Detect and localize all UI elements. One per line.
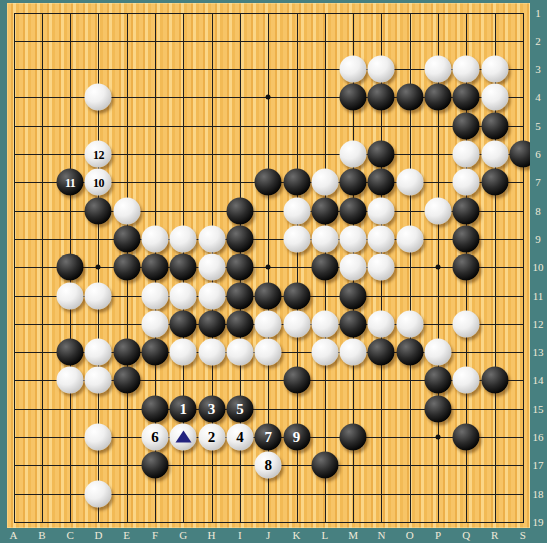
row-label: 17 <box>533 460 544 471</box>
black-stone[interactable] <box>226 254 253 281</box>
black-stone[interactable] <box>340 169 367 196</box>
white-stone[interactable] <box>368 225 395 252</box>
row-label: 19 <box>533 516 544 527</box>
column-label: S <box>520 530 526 541</box>
row-label: 11 <box>533 290 544 301</box>
row-label: 8 <box>535 205 541 216</box>
white-stone[interactable] <box>226 339 253 366</box>
white-stone[interactable] <box>481 141 508 168</box>
goban[interactable]: 121110135624798 <box>7 3 530 528</box>
white-stone[interactable] <box>198 254 225 281</box>
white-stone[interactable] <box>142 310 169 337</box>
move-number-label: 2 <box>208 430 216 445</box>
white-stone[interactable] <box>255 310 282 337</box>
white-stone[interactable] <box>368 310 395 337</box>
black-stone[interactable] <box>142 452 169 479</box>
white-stone[interactable] <box>85 424 112 451</box>
white-stone[interactable] <box>368 56 395 83</box>
black-stone[interactable]: 3 <box>198 395 225 422</box>
black-stone[interactable] <box>453 112 480 139</box>
black-stone[interactable] <box>113 254 140 281</box>
black-stone[interactable] <box>340 197 367 224</box>
row-label: 15 <box>533 403 544 414</box>
row-label: 12 <box>533 318 544 329</box>
row-label: 9 <box>535 233 541 244</box>
white-stone[interactable] <box>453 310 480 337</box>
white-stone[interactable] <box>340 225 367 252</box>
black-stone[interactable]: 7 <box>255 424 282 451</box>
white-stone[interactable] <box>142 225 169 252</box>
row-label: 13 <box>533 347 544 358</box>
black-stone[interactable] <box>142 254 169 281</box>
star-point <box>266 95 271 100</box>
star-point <box>436 435 441 440</box>
move-number-label: 3 <box>208 401 216 416</box>
black-stone[interactable] <box>425 367 452 394</box>
column-label: N <box>377 530 385 541</box>
white-stone[interactable] <box>481 84 508 111</box>
row-label: 4 <box>535 92 541 103</box>
black-stone[interactable] <box>453 197 480 224</box>
black-stone[interactable]: 9 <box>283 424 310 451</box>
white-stone[interactable] <box>57 367 84 394</box>
black-stone[interactable] <box>226 225 253 252</box>
row-label: 18 <box>533 488 544 499</box>
move-number-label: 11 <box>65 176 75 188</box>
black-stone[interactable] <box>425 395 452 422</box>
column-label: L <box>321 530 328 541</box>
black-stone[interactable] <box>340 310 367 337</box>
white-stone[interactable] <box>396 225 423 252</box>
black-stone[interactable] <box>453 225 480 252</box>
column-label: C <box>66 530 73 541</box>
white-stone[interactable] <box>453 367 480 394</box>
white-stone[interactable] <box>311 310 338 337</box>
black-stone[interactable] <box>368 339 395 366</box>
move-number-label: 10 <box>93 176 104 188</box>
white-stone[interactable] <box>85 480 112 507</box>
black-stone[interactable]: 1 <box>170 395 197 422</box>
white-stone[interactable] <box>85 282 112 309</box>
white-stone[interactable] <box>340 339 367 366</box>
black-stone[interactable]: 5 <box>226 395 253 422</box>
black-stone[interactable] <box>311 452 338 479</box>
white-stone[interactable] <box>198 339 225 366</box>
black-stone[interactable] <box>85 197 112 224</box>
white-stone[interactable] <box>396 310 423 337</box>
move-number-label: 9 <box>293 430 301 445</box>
black-stone[interactable] <box>481 367 508 394</box>
black-stone[interactable] <box>340 84 367 111</box>
white-stone[interactable]: 8 <box>255 452 282 479</box>
grid-line-vertical <box>523 13 524 523</box>
column-label: H <box>208 530 216 541</box>
white-stone[interactable] <box>396 169 423 196</box>
white-stone[interactable]: 6 <box>142 424 169 451</box>
white-stone[interactable] <box>311 225 338 252</box>
move-number-label: 1 <box>180 401 188 416</box>
move-number-label: 6 <box>151 430 159 445</box>
move-number-label: 4 <box>236 430 244 445</box>
move-number-label: 7 <box>264 430 272 445</box>
black-stone[interactable] <box>142 339 169 366</box>
column-label: R <box>491 530 498 541</box>
black-stone[interactable] <box>170 310 197 337</box>
white-stone[interactable] <box>85 367 112 394</box>
white-stone[interactable] <box>340 254 367 281</box>
black-stone[interactable] <box>340 424 367 451</box>
white-stone[interactable] <box>311 339 338 366</box>
triangle-marker-icon <box>175 430 191 442</box>
white-stone[interactable] <box>453 169 480 196</box>
row-label: 5 <box>535 120 541 131</box>
column-label: J <box>266 530 270 541</box>
black-stone[interactable] <box>57 339 84 366</box>
black-stone[interactable] <box>340 282 367 309</box>
black-stone[interactable] <box>142 395 169 422</box>
column-label: O <box>406 530 414 541</box>
star-point <box>266 265 271 270</box>
black-stone[interactable] <box>396 339 423 366</box>
column-label: Q <box>462 530 470 541</box>
white-stone[interactable] <box>425 56 452 83</box>
black-stone[interactable] <box>113 339 140 366</box>
black-stone[interactable] <box>226 310 253 337</box>
black-stone[interactable] <box>453 254 480 281</box>
white-stone[interactable] <box>453 56 480 83</box>
white-stone[interactable] <box>170 424 197 451</box>
black-stone[interactable] <box>453 84 480 111</box>
white-stone[interactable] <box>453 141 480 168</box>
row-label: 16 <box>533 432 544 443</box>
black-stone[interactable] <box>226 197 253 224</box>
black-stone[interactable] <box>226 282 253 309</box>
column-label: I <box>238 530 242 541</box>
white-stone[interactable] <box>170 225 197 252</box>
black-stone[interactable] <box>283 169 310 196</box>
white-stone[interactable]: 12 <box>85 141 112 168</box>
white-stone[interactable]: 10 <box>85 169 112 196</box>
column-label: A <box>10 530 18 541</box>
star-point <box>96 265 101 270</box>
white-stone[interactable] <box>85 339 112 366</box>
black-stone[interactable] <box>453 424 480 451</box>
black-stone[interactable] <box>368 169 395 196</box>
white-stone[interactable] <box>283 310 310 337</box>
white-stone[interactable] <box>170 339 197 366</box>
move-number-label: 8 <box>264 458 272 473</box>
row-label: 1 <box>535 7 541 18</box>
black-stone[interactable] <box>368 84 395 111</box>
row-label: 6 <box>535 149 541 160</box>
move-number-label: 5 <box>236 401 244 416</box>
column-label: K <box>293 530 301 541</box>
white-stone[interactable] <box>283 225 310 252</box>
white-stone[interactable] <box>255 339 282 366</box>
black-stone[interactable] <box>425 84 452 111</box>
column-label: F <box>152 530 158 541</box>
black-stone[interactable] <box>481 112 508 139</box>
go-board-window: 121110135624798 ABCDEFGHIJKLMNOPQRS12345… <box>0 0 547 543</box>
white-stone[interactable] <box>340 56 367 83</box>
white-stone[interactable] <box>425 339 452 366</box>
black-stone[interactable] <box>283 282 310 309</box>
black-stone[interactable] <box>255 169 282 196</box>
row-label: 2 <box>535 35 541 46</box>
move-number-label: 12 <box>93 148 104 160</box>
white-stone[interactable] <box>283 197 310 224</box>
black-stone[interactable] <box>170 254 197 281</box>
column-label: M <box>348 530 358 541</box>
grid-line-horizontal <box>14 522 524 523</box>
black-stone[interactable]: 11 <box>57 169 84 196</box>
black-stone[interactable] <box>57 254 84 281</box>
black-stone[interactable] <box>481 169 508 196</box>
black-stone[interactable] <box>283 367 310 394</box>
column-label: B <box>38 530 45 541</box>
column-label: G <box>179 530 187 541</box>
black-stone[interactable] <box>198 310 225 337</box>
white-stone[interactable] <box>57 282 84 309</box>
black-stone[interactable] <box>113 225 140 252</box>
black-stone[interactable] <box>396 84 423 111</box>
white-stone[interactable] <box>85 84 112 111</box>
white-stone[interactable] <box>113 197 140 224</box>
white-stone[interactable] <box>198 282 225 309</box>
white-stone[interactable]: 4 <box>226 424 253 451</box>
white-stone[interactable]: 2 <box>198 424 225 451</box>
white-stone[interactable] <box>368 254 395 281</box>
column-label: P <box>435 530 441 541</box>
row-label: 14 <box>533 375 544 386</box>
white-stone[interactable] <box>198 225 225 252</box>
column-label: D <box>94 530 102 541</box>
white-stone[interactable] <box>481 56 508 83</box>
row-label: 7 <box>535 177 541 188</box>
row-label: 10 <box>533 262 544 273</box>
black-stone[interactable] <box>113 367 140 394</box>
star-point <box>436 265 441 270</box>
row-label: 3 <box>535 64 541 75</box>
black-stone[interactable] <box>311 197 338 224</box>
white-stone[interactable] <box>142 282 169 309</box>
white-stone[interactable] <box>368 197 395 224</box>
black-stone[interactable] <box>255 282 282 309</box>
black-stone[interactable] <box>311 254 338 281</box>
white-stone[interactable] <box>425 197 452 224</box>
white-stone[interactable] <box>340 141 367 168</box>
white-stone[interactable] <box>311 169 338 196</box>
column-label: E <box>123 530 130 541</box>
black-stone[interactable] <box>368 141 395 168</box>
white-stone[interactable] <box>170 282 197 309</box>
